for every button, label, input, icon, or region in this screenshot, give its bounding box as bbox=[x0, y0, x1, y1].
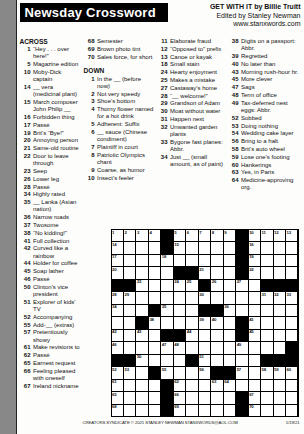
grid-cell[interactable] bbox=[224, 355, 235, 366]
grid-cell[interactable] bbox=[274, 242, 285, 253]
down-heading: DOWN bbox=[84, 67, 154, 74]
clue-item: 36Narrow roads bbox=[20, 214, 81, 221]
grid-cell[interactable]: 52 bbox=[112, 367, 123, 378]
grid-cell[interactable] bbox=[274, 305, 285, 316]
grid-cell[interactable] bbox=[186, 317, 197, 328]
grid-cell[interactable] bbox=[211, 292, 222, 303]
grid-cell[interactable] bbox=[261, 380, 272, 391]
clue-item: 40No later than bbox=[228, 61, 301, 68]
grid-cell[interactable] bbox=[186, 380, 197, 391]
grid-cell[interactable] bbox=[286, 267, 297, 278]
grid-cell[interactable]: 50 bbox=[136, 355, 147, 366]
grid-cell-black bbox=[224, 367, 235, 378]
grid-cell[interactable] bbox=[224, 392, 235, 403]
cell-number: 61 bbox=[112, 379, 116, 384]
cell-number: 62 bbox=[174, 379, 178, 384]
grid-cell[interactable] bbox=[186, 367, 197, 378]
grid-cell[interactable]: 42 bbox=[112, 330, 123, 341]
grid-cell[interactable] bbox=[249, 380, 260, 391]
grid-cell[interactable] bbox=[261, 317, 272, 328]
website-link[interactable]: www.stanxwords.com bbox=[169, 20, 301, 29]
grid-cell-black bbox=[161, 230, 172, 241]
cell-number: 34 bbox=[112, 304, 116, 309]
grid-cell[interactable]: 24 bbox=[174, 280, 185, 291]
grid-cell[interactable] bbox=[274, 405, 285, 416]
clue-item: 51Explorer of kids' TV bbox=[20, 299, 81, 313]
grid-cell[interactable] bbox=[261, 305, 272, 316]
grid-cell[interactable] bbox=[161, 280, 172, 291]
grid-cell[interactable] bbox=[224, 330, 235, 341]
clue-number: 38 bbox=[20, 230, 34, 237]
grid-cell[interactable] bbox=[199, 342, 210, 353]
clue-item: 23Seep bbox=[20, 168, 81, 175]
grid-cell[interactable] bbox=[261, 342, 272, 353]
grid-cell[interactable] bbox=[211, 330, 222, 341]
clue-text: Sales force, for short bbox=[97, 54, 154, 61]
grid-cell[interactable] bbox=[211, 255, 222, 266]
cell-number: 11 bbox=[262, 230, 266, 235]
clue-text: Doing nothing bbox=[241, 123, 301, 130]
grid-cell[interactable] bbox=[149, 255, 160, 266]
clue-item: 1In the __ (before now) bbox=[84, 76, 154, 90]
cell-number: 8 bbox=[212, 230, 214, 235]
grid-cell[interactable] bbox=[186, 392, 197, 403]
grid-cell[interactable]: 19 bbox=[249, 255, 260, 266]
grid-cell[interactable]: 46 bbox=[112, 342, 123, 353]
grid-cell[interactable]: 13 bbox=[286, 230, 297, 241]
clue-item: 32Unwanted garden plants bbox=[157, 124, 226, 138]
grid-cell[interactable]: 45 bbox=[249, 330, 260, 341]
grid-cell[interactable]: 39 bbox=[199, 317, 210, 328]
grid-cell[interactable] bbox=[136, 305, 147, 316]
grid-cell[interactable] bbox=[149, 267, 160, 278]
grid-cell[interactable]: 5 bbox=[174, 230, 185, 241]
grid-cell[interactable] bbox=[286, 405, 297, 416]
clue-item: 38“No kidding!” bbox=[20, 230, 81, 237]
grid-cell[interactable]: 41 bbox=[249, 317, 260, 328]
grid-cell[interactable] bbox=[199, 405, 210, 416]
grid-cell[interactable] bbox=[149, 392, 160, 403]
clue-text: Term of office bbox=[241, 92, 301, 99]
grid-cell[interactable] bbox=[174, 317, 185, 328]
grid-cell[interactable] bbox=[161, 355, 172, 366]
grid-cell[interactable] bbox=[149, 292, 160, 303]
grid-cell[interactable] bbox=[161, 317, 172, 328]
grid-cell[interactable] bbox=[274, 342, 285, 353]
grid-cell[interactable] bbox=[211, 405, 222, 416]
clue-number: 46 bbox=[20, 276, 34, 283]
clue-item: 41Full collection bbox=[20, 238, 81, 245]
grid-cell[interactable] bbox=[174, 255, 185, 266]
grid-cell[interactable]: 22 bbox=[249, 267, 260, 278]
grid-cell[interactable]: 15 bbox=[174, 242, 185, 253]
cell-number: 31 bbox=[262, 292, 266, 297]
grid-cell[interactable] bbox=[136, 342, 147, 353]
grid-cell[interactable] bbox=[211, 267, 222, 278]
clue-number: 59 bbox=[228, 154, 242, 161]
grid-cell[interactable] bbox=[261, 255, 272, 266]
grid-cell[interactable] bbox=[149, 342, 160, 353]
clue-text: Passé bbox=[33, 276, 81, 283]
grid-cell[interactable] bbox=[274, 317, 285, 328]
grid-cell[interactable] bbox=[136, 292, 147, 303]
clue-text: Regretted bbox=[241, 53, 301, 60]
clue-text: Narrow roads bbox=[33, 214, 81, 221]
grid-cell[interactable]: 27 bbox=[236, 280, 247, 291]
grid-cell[interactable]: 57 bbox=[236, 367, 247, 378]
clue-item: 11Elaborate fraud bbox=[157, 38, 226, 45]
grid-cell[interactable]: 26 bbox=[211, 280, 222, 291]
grid-cell[interactable] bbox=[199, 392, 210, 403]
down-clues-38-64: 38Digits on a passport: Abbr.39Regretted… bbox=[228, 38, 301, 192]
grid-cell[interactable]: 70 bbox=[249, 405, 260, 416]
grid-cell[interactable] bbox=[261, 392, 272, 403]
clue-text: Plaintiff in court bbox=[97, 144, 154, 151]
grid-cell[interactable] bbox=[261, 242, 272, 253]
grid-cell[interactable] bbox=[136, 267, 147, 278]
clue-item: 18Small stain bbox=[157, 61, 226, 68]
grid-cell[interactable] bbox=[174, 367, 185, 378]
clue-number: 15 bbox=[20, 99, 34, 113]
grid-cell[interactable] bbox=[174, 355, 185, 366]
clue-text: Sobbed bbox=[241, 115, 301, 122]
cell-number: 38 bbox=[149, 317, 153, 322]
clue-item: 39Regretted bbox=[228, 53, 301, 60]
grid-cell[interactable] bbox=[211, 342, 222, 353]
clue-text: Explorer of kids' TV bbox=[33, 299, 81, 313]
grid-cell[interactable]: 51 bbox=[199, 355, 210, 366]
grid-cell-black bbox=[236, 255, 247, 266]
clue-item: 50Clinton's vice president bbox=[20, 284, 81, 298]
clue-item: 4Thorny flower named for a hot drink bbox=[84, 106, 154, 120]
grid-cell[interactable] bbox=[286, 305, 297, 316]
grid-cell[interactable]: 28 bbox=[112, 292, 123, 303]
clue-text: Unwanted garden plants bbox=[170, 124, 226, 138]
grid-cell[interactable]: 25 bbox=[186, 280, 197, 291]
grid-cell[interactable]: 35 bbox=[161, 305, 172, 316]
grid-cell[interactable] bbox=[236, 292, 247, 303]
grid-cell[interactable] bbox=[286, 242, 297, 253]
grid-cell[interactable] bbox=[124, 317, 135, 328]
clue-number: 32 bbox=[157, 124, 171, 138]
grid-cell[interactable]: 55 bbox=[161, 367, 172, 378]
grid-cell[interactable] bbox=[149, 405, 160, 416]
grid-cell[interactable] bbox=[249, 292, 260, 303]
grid-cell[interactable] bbox=[124, 305, 135, 316]
clue-number: 5 bbox=[84, 121, 98, 128]
grid-cell[interactable] bbox=[236, 305, 247, 316]
clue-item: 62Passé bbox=[20, 352, 81, 359]
grid-cell[interactable]: 31 bbox=[261, 292, 272, 303]
clue-number: 69 bbox=[84, 46, 98, 53]
clue-text: Medicine-approving org. bbox=[241, 177, 301, 191]
grid-cell[interactable] bbox=[236, 380, 247, 391]
clue-number: 61 bbox=[20, 344, 34, 351]
grid-cell[interactable]: 17 bbox=[112, 255, 123, 266]
cell-number: 63 bbox=[212, 379, 216, 384]
grid-cell[interactable] bbox=[274, 380, 285, 391]
grid-cell[interactable]: 30 bbox=[199, 292, 210, 303]
grid-cell-black bbox=[236, 230, 247, 241]
grid-cell[interactable] bbox=[286, 317, 297, 328]
grid-cell[interactable]: 67 bbox=[249, 392, 260, 403]
grid-cell[interactable] bbox=[274, 330, 285, 341]
clue-number: 30 bbox=[157, 108, 171, 115]
grid-cell[interactable]: 18 bbox=[161, 255, 172, 266]
grid-cell[interactable]: 58 bbox=[261, 367, 272, 378]
clue-number: 68 bbox=[84, 38, 98, 45]
cell-number: 45 bbox=[249, 329, 253, 334]
clue-item: 31Happen next bbox=[157, 116, 226, 123]
grid-cell[interactable]: 43 bbox=[136, 330, 147, 341]
cell-number: 64 bbox=[224, 379, 228, 384]
grid-cell[interactable] bbox=[224, 255, 235, 266]
clue-number: 41 bbox=[20, 238, 34, 245]
grid-cell[interactable] bbox=[199, 380, 210, 391]
grid-cell[interactable]: 65 bbox=[112, 392, 123, 403]
clue-text: Annoying person bbox=[33, 137, 81, 144]
grid-cell[interactable]: 4 bbox=[149, 230, 160, 241]
grid-cell[interactable] bbox=[274, 392, 285, 403]
grid-cell[interactable] bbox=[124, 342, 135, 353]
grid-cell[interactable]: 3 bbox=[136, 230, 147, 241]
grid-cell[interactable] bbox=[186, 305, 197, 316]
cell-number: 66 bbox=[174, 392, 178, 397]
grid-cell[interactable]: 66 bbox=[174, 392, 185, 403]
grid-cell[interactable] bbox=[249, 280, 260, 291]
grid-cell[interactable] bbox=[186, 242, 197, 253]
grid-cell[interactable]: 61 bbox=[112, 380, 123, 391]
grid-cell-black bbox=[161, 405, 172, 416]
clue-number: 40 bbox=[228, 61, 242, 68]
grid-cell[interactable]: 11 bbox=[261, 230, 272, 241]
grid-cell[interactable]: 40 bbox=[211, 317, 222, 328]
puzzle-header: GET WITH IT by Billie Truitt Edited by S… bbox=[169, 3, 301, 29]
grid-cell[interactable] bbox=[249, 342, 260, 353]
clue-number: 28 bbox=[20, 184, 34, 191]
grid-cell[interactable]: 29 bbox=[124, 292, 135, 303]
clue-text: Moby-Dick captain bbox=[33, 69, 81, 83]
clue-item: 54Wedding cake layer bbox=[228, 130, 301, 137]
grid-cell[interactable] bbox=[174, 305, 185, 316]
grid-cell[interactable]: 8 bbox=[211, 230, 222, 241]
grid-cell[interactable]: 10 bbox=[249, 230, 260, 241]
grid-cell[interactable] bbox=[211, 242, 222, 253]
clue-item: 5Adherent: Suffix bbox=[84, 121, 154, 128]
clue-column-4: 38Digits on a passport: Abbr.39Regretted… bbox=[228, 38, 301, 228]
grid-cell[interactable] bbox=[199, 255, 210, 266]
grid-cell[interactable] bbox=[161, 292, 172, 303]
grid-cell[interactable]: 44 bbox=[186, 330, 197, 341]
cell-number: 29 bbox=[124, 292, 128, 297]
grid-cell[interactable] bbox=[136, 242, 147, 253]
grid-cell[interactable] bbox=[149, 280, 160, 291]
clue-number: 51 bbox=[20, 299, 34, 313]
clue-text: Castaway's home bbox=[170, 85, 226, 92]
grid-cell[interactable] bbox=[199, 242, 210, 253]
grid-cell[interactable] bbox=[186, 255, 197, 266]
grid-cell[interactable]: 48 bbox=[174, 342, 185, 353]
grid-cell[interactable]: 33 bbox=[286, 292, 297, 303]
cell-number: 3 bbox=[137, 230, 139, 235]
grid-cell[interactable]: 63 bbox=[211, 380, 222, 391]
grid-cell[interactable] bbox=[286, 392, 297, 403]
clue-number: 66 bbox=[20, 368, 34, 382]
grid-cell[interactable]: 9 bbox=[224, 230, 235, 241]
clue-item: 26Lower leg bbox=[20, 176, 81, 183]
clue-text: Accompanying bbox=[33, 314, 81, 321]
clue-item: 42Curved like a rainbow bbox=[20, 245, 81, 259]
clue-number: 67 bbox=[20, 383, 34, 390]
clue-number: 58 bbox=[228, 146, 242, 153]
cell-number: 55 bbox=[162, 367, 166, 372]
clue-text: Brown photo tint bbox=[97, 46, 154, 53]
clue-column-3: 11Elaborate fraud12“Opposed to” prefix13… bbox=[157, 38, 226, 228]
clue-text: Makes a mistake bbox=[170, 77, 226, 84]
clue-number: 13 bbox=[157, 54, 171, 61]
grid-cell[interactable] bbox=[136, 392, 147, 403]
grid-cell[interactable]: 64 bbox=[224, 380, 235, 391]
grid-cell[interactable] bbox=[124, 392, 135, 403]
grid-cell[interactable] bbox=[211, 355, 222, 366]
newsday-logo: Newsday Crossword bbox=[20, 3, 168, 22]
grid-cell[interactable]: 7 bbox=[199, 230, 210, 241]
newsday-crossword-page: Newsday Crossword GET WITH IT by Billie … bbox=[17, 0, 304, 434]
grid-cell[interactable]: 23 bbox=[136, 280, 147, 291]
grid-cell[interactable]: 56 bbox=[199, 367, 210, 378]
grid-cell[interactable]: 14 bbox=[112, 242, 123, 253]
grid-cell[interactable] bbox=[224, 342, 235, 353]
grid-cell[interactable] bbox=[174, 292, 185, 303]
clue-text: Lose one's footing bbox=[241, 154, 301, 161]
grid-cell[interactable]: 69 bbox=[174, 405, 185, 416]
grid-cell[interactable]: 60 bbox=[286, 367, 297, 378]
cell-number: 22 bbox=[249, 267, 253, 272]
grid-cell[interactable]: 1 bbox=[112, 230, 123, 241]
grid-cell[interactable] bbox=[124, 380, 135, 391]
cell-number: 7 bbox=[199, 230, 201, 235]
grid-cell[interactable] bbox=[224, 242, 235, 253]
grid-cell[interactable]: 12 bbox=[274, 230, 285, 241]
clue-text: Seep bbox=[33, 168, 81, 175]
clue-item: 64Medicine-approving org. bbox=[228, 177, 301, 191]
clue-number: 45 bbox=[20, 268, 34, 275]
grid-cell[interactable] bbox=[149, 355, 160, 366]
clue-text: Moat without water bbox=[170, 108, 226, 115]
grid-cell[interactable] bbox=[261, 330, 272, 341]
grid-cell[interactable] bbox=[112, 317, 123, 328]
grid-cell[interactable]: 34 bbox=[112, 305, 123, 316]
clue-text: Elaborate fraud bbox=[170, 38, 226, 45]
grid-cell[interactable] bbox=[224, 280, 235, 291]
grid-cell-black bbox=[149, 305, 160, 316]
clue-item: 52Sobbed bbox=[228, 115, 301, 122]
grid-cell[interactable] bbox=[124, 255, 135, 266]
clue-number: 10 bbox=[20, 69, 34, 83]
clue-item: 37Twosome bbox=[20, 222, 81, 229]
grid-cell[interactable]: 2 bbox=[124, 230, 135, 241]
clue-number: 50 bbox=[20, 284, 34, 298]
grid-cell[interactable] bbox=[136, 255, 147, 266]
grid-cell[interactable] bbox=[149, 330, 160, 341]
grid-cell[interactable] bbox=[224, 267, 235, 278]
grid-cell[interactable] bbox=[149, 380, 160, 391]
grid-cell-black bbox=[199, 305, 210, 316]
grid-cell[interactable]: 32 bbox=[274, 292, 285, 303]
grid-cell[interactable]: 38 bbox=[149, 317, 160, 328]
grid-cell[interactable] bbox=[249, 305, 260, 316]
cell-number: 48 bbox=[174, 342, 178, 347]
grid-cell[interactable] bbox=[286, 380, 297, 391]
grid-cell[interactable] bbox=[286, 330, 297, 341]
grid-cell[interactable] bbox=[236, 355, 247, 366]
grid-cell[interactable]: 62 bbox=[174, 380, 185, 391]
grid-cell[interactable]: 47 bbox=[161, 342, 172, 353]
grid-cell[interactable] bbox=[124, 330, 135, 341]
grid-cell-black bbox=[174, 330, 185, 341]
cell-number: 4 bbox=[149, 230, 151, 235]
grid-cell[interactable]: 49 bbox=[236, 342, 247, 353]
grid-cell[interactable]: 53 bbox=[124, 367, 135, 378]
grid-cell[interactable]: 6 bbox=[186, 230, 197, 241]
grid-cell[interactable] bbox=[286, 255, 297, 266]
grid-cell[interactable] bbox=[161, 267, 172, 278]
grid-cell[interactable] bbox=[274, 255, 285, 266]
cell-number: 6 bbox=[187, 230, 189, 235]
clue-text: Magazine edition bbox=[33, 61, 81, 68]
clue-number: 70 bbox=[84, 54, 98, 61]
grid-cell[interactable] bbox=[124, 267, 135, 278]
cell-number: 70 bbox=[249, 404, 253, 409]
clue-item: 43Morning rush-hour hr. bbox=[228, 69, 301, 76]
grid-cell[interactable] bbox=[136, 367, 147, 378]
grid-cell[interactable] bbox=[261, 267, 272, 278]
clue-text: Not very speedy bbox=[97, 91, 154, 98]
grid-cell[interactable] bbox=[249, 367, 260, 378]
grid-cell[interactable] bbox=[211, 392, 222, 403]
clue-item: 65Earnest request bbox=[20, 360, 81, 367]
grid-cell[interactable] bbox=[124, 405, 135, 416]
grid-cell[interactable] bbox=[186, 405, 197, 416]
clue-text: Grandson of Adam bbox=[170, 100, 226, 107]
grid-cell-black bbox=[124, 355, 135, 366]
grid-cell[interactable] bbox=[186, 292, 197, 303]
grid-cell[interactable]: 59 bbox=[274, 367, 285, 378]
grid-cell[interactable] bbox=[224, 405, 235, 416]
grid-cell[interactable] bbox=[224, 292, 235, 303]
cell-number: 17 bbox=[112, 254, 116, 259]
grid-cell[interactable] bbox=[136, 380, 147, 391]
grid-cell[interactable] bbox=[136, 405, 147, 416]
grid-cell[interactable]: 16 bbox=[249, 242, 260, 253]
grid-cell[interactable] bbox=[261, 405, 272, 416]
grid-cell[interactable] bbox=[149, 242, 160, 253]
grid-cell-black bbox=[286, 280, 297, 291]
grid-cell[interactable] bbox=[124, 242, 135, 253]
grid-cell[interactable]: 68 bbox=[112, 405, 123, 416]
grid-cell[interactable] bbox=[186, 342, 197, 353]
grid-cell[interactable] bbox=[249, 355, 260, 366]
grid-cell[interactable] bbox=[199, 330, 210, 341]
clue-number: 39 bbox=[228, 53, 242, 60]
clue-number: 12 bbox=[157, 46, 171, 53]
grid-cell[interactable] bbox=[224, 317, 235, 328]
grid-cell[interactable]: 36 bbox=[224, 305, 235, 316]
grid-cell[interactable] bbox=[274, 267, 285, 278]
grid-cell[interactable]: 20 bbox=[112, 267, 123, 278]
grid-cell[interactable]: 21 bbox=[199, 267, 210, 278]
clue-text: In the __ (before now) bbox=[97, 76, 154, 90]
